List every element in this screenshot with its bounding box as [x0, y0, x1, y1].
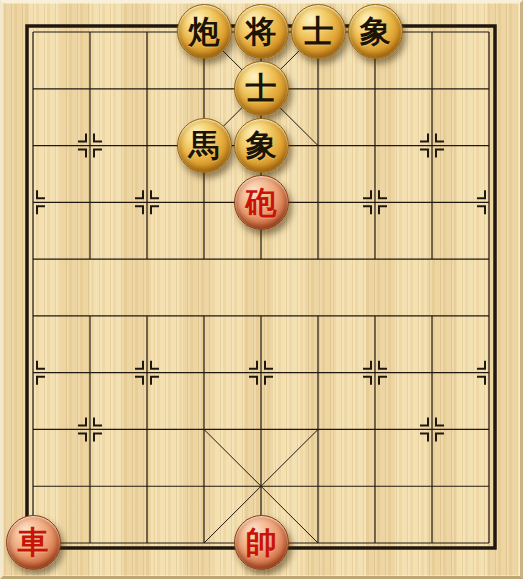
piece-black-elephant-2[interactable]: 象 — [234, 118, 289, 173]
piece-black-horse[interactable]: 馬 — [177, 118, 232, 173]
piece-black-general[interactable]: 将 — [234, 4, 289, 59]
piece-red-general[interactable]: 帥 — [234, 515, 289, 570]
piece-glyph: 士 — [246, 73, 277, 104]
piece-glyph: 炮 — [189, 16, 220, 47]
piece-red-cannon[interactable]: 砲 — [234, 175, 289, 230]
piece-glyph: 象 — [360, 16, 391, 47]
piece-glyph: 車 — [18, 527, 49, 558]
piece-glyph: 砲 — [246, 187, 277, 218]
piece-black-cannon[interactable]: 炮 — [177, 4, 232, 59]
piece-glyph: 将 — [246, 16, 277, 47]
piece-black-advisor-1[interactable]: 士 — [291, 4, 346, 59]
piece-black-elephant-1[interactable]: 象 — [348, 4, 403, 59]
piece-black-advisor-2[interactable]: 士 — [234, 61, 289, 116]
piece-glyph: 象 — [246, 130, 277, 161]
piece-glyph: 帥 — [246, 527, 277, 558]
pieces-layer[interactable]: 炮将士象士馬象砲車帥 — [5, 4, 518, 572]
piece-glyph: 馬 — [189, 130, 220, 161]
xiangqi-board[interactable]: 炮将士象士馬象砲車帥 — [0, 0, 523, 579]
piece-glyph: 士 — [303, 16, 334, 47]
piece-red-chariot[interactable]: 車 — [6, 515, 61, 570]
